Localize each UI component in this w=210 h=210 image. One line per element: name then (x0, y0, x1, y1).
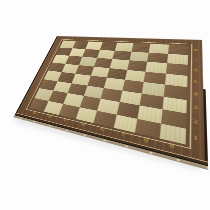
board-photo: abcdefgh 87654321 (0, 0, 210, 210)
square-e5 (107, 68, 127, 80)
square-c6 (79, 57, 97, 67)
square-d8 (100, 42, 118, 51)
square-f7 (129, 51, 149, 61)
square-h6 (166, 63, 188, 75)
chess-board: abcdefgh 87654321 (17, 36, 205, 161)
